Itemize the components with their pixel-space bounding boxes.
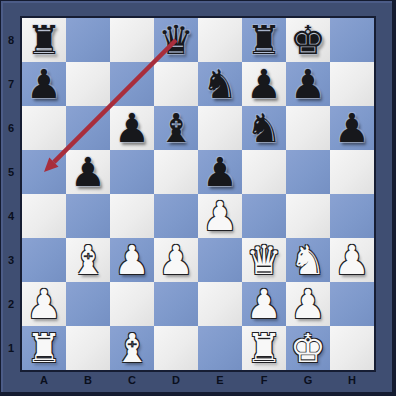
square-f2[interactable]: ♟ bbox=[242, 282, 286, 326]
square-f7[interactable]: ♟ bbox=[242, 62, 286, 106]
piece-white-pawn[interactable]: ♟ bbox=[154, 238, 198, 282]
square-f5[interactable] bbox=[242, 150, 286, 194]
square-c4[interactable] bbox=[110, 194, 154, 238]
piece-white-bishop[interactable]: ♝ bbox=[110, 326, 154, 370]
rank-label-2: 2 bbox=[0, 282, 22, 326]
piece-black-bishop[interactable]: ♝ bbox=[154, 106, 198, 150]
file-label-g: G bbox=[286, 370, 330, 392]
square-c1[interactable]: ♝ bbox=[110, 326, 154, 370]
square-h6[interactable]: ♟ bbox=[330, 106, 374, 150]
piece-white-pawn[interactable]: ♟ bbox=[330, 238, 374, 282]
piece-black-pawn[interactable]: ♟ bbox=[22, 62, 66, 106]
rank-label-1: 1 bbox=[0, 326, 22, 370]
piece-white-pawn[interactable]: ♟ bbox=[242, 282, 286, 326]
square-e2[interactable] bbox=[198, 282, 242, 326]
file-label-h: H bbox=[330, 370, 374, 392]
square-e4[interactable]: ♟ bbox=[198, 194, 242, 238]
square-h2[interactable] bbox=[330, 282, 374, 326]
square-d7[interactable] bbox=[154, 62, 198, 106]
piece-black-knight[interactable]: ♞ bbox=[242, 106, 286, 150]
square-a4[interactable] bbox=[22, 194, 66, 238]
square-d6[interactable]: ♝ bbox=[154, 106, 198, 150]
piece-black-pawn[interactable]: ♟ bbox=[66, 150, 110, 194]
file-label-d: D bbox=[154, 370, 198, 392]
rank-label-3: 3 bbox=[0, 238, 22, 282]
square-c3[interactable]: ♟ bbox=[110, 238, 154, 282]
piece-black-rook[interactable]: ♜ bbox=[22, 18, 66, 62]
square-b2[interactable] bbox=[66, 282, 110, 326]
rank-label-8: 8 bbox=[0, 18, 22, 62]
square-d3[interactable]: ♟ bbox=[154, 238, 198, 282]
file-label-a: A bbox=[22, 370, 66, 392]
piece-white-pawn[interactable]: ♟ bbox=[110, 238, 154, 282]
piece-white-rook[interactable]: ♜ bbox=[22, 326, 66, 370]
square-f3[interactable]: ♛ bbox=[242, 238, 286, 282]
piece-black-pawn[interactable]: ♟ bbox=[286, 62, 330, 106]
square-h8[interactable] bbox=[330, 18, 374, 62]
square-g7[interactable]: ♟ bbox=[286, 62, 330, 106]
square-c5[interactable] bbox=[110, 150, 154, 194]
square-h5[interactable] bbox=[330, 150, 374, 194]
square-a5[interactable] bbox=[22, 150, 66, 194]
square-d4[interactable] bbox=[154, 194, 198, 238]
square-e5[interactable]: ♟ bbox=[198, 150, 242, 194]
square-a1[interactable]: ♜ bbox=[22, 326, 66, 370]
square-g1[interactable]: ♚ bbox=[286, 326, 330, 370]
square-g8[interactable]: ♚ bbox=[286, 18, 330, 62]
square-b1[interactable] bbox=[66, 326, 110, 370]
rank-label-4: 4 bbox=[0, 194, 22, 238]
piece-black-knight[interactable]: ♞ bbox=[198, 62, 242, 106]
square-d2[interactable] bbox=[154, 282, 198, 326]
square-a8[interactable]: ♜ bbox=[22, 18, 66, 62]
square-f8[interactable]: ♜ bbox=[242, 18, 286, 62]
piece-white-king[interactable]: ♚ bbox=[286, 326, 330, 370]
board-frame: 87654321 ABCDEFGH ♜♛♜♚♟♞♟♟♟♝♞♟♟♟♟♝♟♟♛♞♟♟… bbox=[0, 0, 396, 396]
square-g4[interactable] bbox=[286, 194, 330, 238]
square-a2[interactable]: ♟ bbox=[22, 282, 66, 326]
file-labels: ABCDEFGH bbox=[22, 370, 374, 396]
square-f6[interactable]: ♞ bbox=[242, 106, 286, 150]
piece-black-pawn[interactable]: ♟ bbox=[110, 106, 154, 150]
piece-white-queen[interactable]: ♛ bbox=[242, 238, 286, 282]
square-h7[interactable] bbox=[330, 62, 374, 106]
square-b6[interactable] bbox=[66, 106, 110, 150]
square-d5[interactable] bbox=[154, 150, 198, 194]
piece-black-pawn[interactable]: ♟ bbox=[198, 150, 242, 194]
square-b5[interactable]: ♟ bbox=[66, 150, 110, 194]
piece-black-pawn[interactable]: ♟ bbox=[330, 106, 374, 150]
file-label-c: C bbox=[110, 370, 154, 392]
square-e6[interactable] bbox=[198, 106, 242, 150]
square-h1[interactable] bbox=[330, 326, 374, 370]
file-label-f: F bbox=[242, 370, 286, 392]
square-f4[interactable] bbox=[242, 194, 286, 238]
square-e8[interactable] bbox=[198, 18, 242, 62]
square-f1[interactable]: ♜ bbox=[242, 326, 286, 370]
square-c8[interactable] bbox=[110, 18, 154, 62]
square-d1[interactable] bbox=[154, 326, 198, 370]
square-g6[interactable] bbox=[286, 106, 330, 150]
square-b4[interactable] bbox=[66, 194, 110, 238]
square-h3[interactable]: ♟ bbox=[330, 238, 374, 282]
rank-label-5: 5 bbox=[0, 150, 22, 194]
piece-black-rook[interactable]: ♜ bbox=[242, 18, 286, 62]
file-label-b: B bbox=[66, 370, 110, 392]
square-d8[interactable]: ♛ bbox=[154, 18, 198, 62]
rank-label-6: 6 bbox=[0, 106, 22, 150]
square-a3[interactable] bbox=[22, 238, 66, 282]
square-a7[interactable]: ♟ bbox=[22, 62, 66, 106]
file-label-e: E bbox=[198, 370, 242, 392]
square-g3[interactable]: ♞ bbox=[286, 238, 330, 282]
square-b3[interactable]: ♝ bbox=[66, 238, 110, 282]
square-e3[interactable] bbox=[198, 238, 242, 282]
square-b8[interactable] bbox=[66, 18, 110, 62]
square-e1[interactable] bbox=[198, 326, 242, 370]
square-h4[interactable] bbox=[330, 194, 374, 238]
piece-white-rook[interactable]: ♜ bbox=[242, 326, 286, 370]
piece-white-bishop[interactable]: ♝ bbox=[66, 238, 110, 282]
square-c2[interactable] bbox=[110, 282, 154, 326]
piece-white-knight[interactable]: ♞ bbox=[286, 238, 330, 282]
rank-label-7: 7 bbox=[0, 62, 22, 106]
square-a6[interactable] bbox=[22, 106, 66, 150]
square-b7[interactable] bbox=[66, 62, 110, 106]
piece-white-pawn[interactable]: ♟ bbox=[198, 194, 242, 238]
piece-white-pawn[interactable]: ♟ bbox=[286, 282, 330, 326]
square-g5[interactable] bbox=[286, 150, 330, 194]
square-g2[interactable]: ♟ bbox=[286, 282, 330, 326]
rank-labels: 87654321 bbox=[0, 18, 22, 370]
piece-black-king[interactable]: ♚ bbox=[286, 18, 330, 62]
square-e7[interactable]: ♞ bbox=[198, 62, 242, 106]
piece-black-queen[interactable]: ♛ bbox=[154, 18, 198, 62]
piece-black-pawn[interactable]: ♟ bbox=[242, 62, 286, 106]
chess-board: ♜♛♜♚♟♞♟♟♟♝♞♟♟♟♟♝♟♟♛♞♟♟♟♟♜♝♜♚ bbox=[22, 18, 374, 370]
square-c6[interactable]: ♟ bbox=[110, 106, 154, 150]
square-c7[interactable] bbox=[110, 62, 154, 106]
piece-white-pawn[interactable]: ♟ bbox=[22, 282, 66, 326]
